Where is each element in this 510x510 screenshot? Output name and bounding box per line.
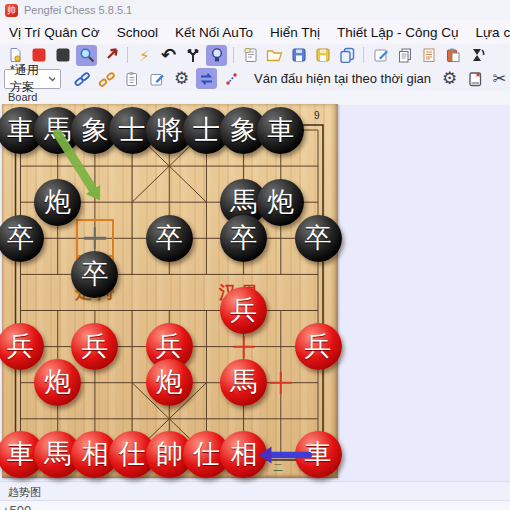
piece-black-炮[interactable]: 炮	[34, 179, 81, 226]
point-marker-cross	[233, 336, 255, 358]
menu-connect-auto[interactable]: Kết Nối AuTo	[175, 25, 253, 40]
separator	[127, 47, 128, 63]
menu-display[interactable]: Hiển Thị	[270, 25, 320, 40]
piece-red-車[interactable]: 車	[295, 431, 342, 478]
undo-icon[interactable]: ↶	[158, 45, 179, 66]
piece-red-馬[interactable]: 馬	[220, 359, 267, 406]
chevron-down-icon	[48, 76, 55, 82]
export-doc-icon[interactable]	[418, 45, 439, 66]
red-arrow-icon[interactable]	[100, 45, 121, 66]
branch-icon[interactable]	[182, 45, 203, 66]
file-label-9: 9	[314, 110, 320, 121]
copy-pages-icon[interactable]	[336, 45, 357, 66]
piece-black-車[interactable]: 車	[257, 107, 304, 154]
piece-black-卒[interactable]: 卒	[71, 251, 118, 298]
xiangqi-board[interactable]: 9 二 楚河 汉界 車馬象士將士象車炮馬炮卒卒卒卒卒兵兵兵兵兵炮炮馬車馬相仕帥仕…	[2, 104, 338, 478]
app-icon: 帅	[5, 4, 18, 17]
lightning-icon[interactable]: ⚡	[134, 45, 155, 66]
link-icon[interactable]	[71, 68, 92, 89]
bulb-icon[interactable]	[206, 45, 227, 66]
separator	[233, 47, 234, 63]
black-board-icon[interactable]	[52, 45, 73, 66]
toolbar-row-2: *通用方案 ⚙ Ván đấu hiện tại theo thời gian …	[0, 66, 510, 91]
edit-board-icon[interactable]	[370, 45, 391, 66]
settings-gear-icon[interactable]: ⚙	[171, 68, 192, 89]
save-as-icon[interactable]	[312, 45, 333, 66]
swap-sides-icon[interactable]	[196, 68, 217, 89]
engine-scatter-icon[interactable]	[221, 68, 242, 89]
point-marker-cross	[270, 372, 292, 394]
piece-black-卒[interactable]: 卒	[146, 215, 193, 262]
piece-black-卒[interactable]: 卒	[295, 215, 342, 262]
board-panel-label: Board	[0, 91, 510, 105]
piece-black-卒[interactable]: 卒	[0, 215, 44, 262]
open-folder-icon[interactable]	[264, 45, 285, 66]
toolbar-row-1: ⚡ ↶	[0, 44, 510, 66]
menu-school[interactable]: School	[117, 25, 158, 40]
menu-settings-tools[interactable]: Thiết Lập - Công Cụ	[337, 25, 459, 40]
scissors-icon[interactable]: ✂	[489, 68, 510, 89]
copy-icon[interactable]	[394, 45, 415, 66]
notebook-icon[interactable]	[464, 68, 485, 89]
menu-bar: Vị Trí Quân Cờ School Kết Nối AuTo Hiển …	[0, 20, 510, 44]
board-grid	[2, 104, 338, 478]
notepad-icon[interactable]	[240, 45, 261, 66]
score-value: +500	[0, 500, 510, 510]
menu-engine-options[interactable]: Lựa chọn Động Cơ	[476, 25, 510, 40]
window-title: Pengfei Chess 5.8.5.1	[24, 4, 132, 16]
magnifier-icon[interactable]	[76, 45, 97, 66]
separator	[363, 47, 364, 63]
title-bar: 帅 Pengfei Chess 5.8.5.1	[0, 0, 510, 20]
piece-black-炮[interactable]: 炮	[257, 179, 304, 226]
scheme-dropdown[interactable]: *通用方案	[4, 69, 61, 89]
session-label: Ván đấu hiện tại theo thời gian	[254, 71, 431, 86]
piece-red-兵[interactable]: 兵	[295, 323, 342, 370]
unlink-icon[interactable]	[96, 68, 117, 89]
flip-hourglass-icon[interactable]	[466, 45, 487, 66]
file-label-er: 二	[273, 461, 283, 475]
menu-position[interactable]: Vị Trí Quân Cờ	[9, 25, 100, 40]
piece-red-兵[interactable]: 兵	[220, 287, 267, 334]
piece-black-卒[interactable]: 卒	[220, 215, 267, 262]
piece-red-炮[interactable]: 炮	[146, 359, 193, 406]
trend-panel-label: 趋势图	[0, 481, 510, 500]
edit-note-icon[interactable]	[146, 68, 167, 89]
point-marker-cross	[84, 227, 106, 249]
paste-icon[interactable]	[442, 45, 463, 66]
save-icon[interactable]	[288, 45, 309, 66]
gear-icon[interactable]: ⚙	[439, 68, 460, 89]
import-doc-icon[interactable]	[121, 68, 142, 89]
